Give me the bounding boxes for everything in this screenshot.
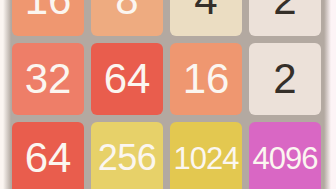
- tile-value: 2: [273, 0, 296, 21]
- tile-r2c4-2: 2: [249, 43, 321, 115]
- tile-value: 256: [98, 140, 157, 176]
- tile-value: 1024: [174, 143, 239, 174]
- tile-r1c2-8: 8: [91, 0, 163, 36]
- tile-value: 8: [115, 0, 138, 21]
- tile-grid[interactable]: 1684232641626425610244096: [12, 0, 321, 189]
- tile-value: 16: [25, 0, 72, 21]
- tile-value: 2: [273, 58, 296, 100]
- tile-value: 64: [104, 58, 151, 100]
- tile-r2c3-16: 16: [170, 43, 242, 115]
- tile-r1c3-4: 4: [170, 0, 242, 36]
- tile-value: 64: [25, 137, 72, 179]
- game-2048-screen: 1684232641626425610244096: [0, 0, 336, 189]
- tile-r3c2-256: 256: [91, 122, 163, 189]
- tile-r3c3-1024: 1024: [170, 122, 242, 189]
- tile-r2c2-64: 64: [91, 43, 163, 115]
- tile-value: 4096: [253, 143, 318, 174]
- tile-r2c1-32: 32: [12, 43, 84, 115]
- tile-r1c1-16: 16: [12, 0, 84, 36]
- tile-value: 32: [25, 58, 72, 100]
- tile-r3c1-64: 64: [12, 122, 84, 189]
- tile-r3c4-4096: 4096: [249, 122, 321, 189]
- tile-value: 4: [194, 0, 217, 21]
- tile-r1c4-2: 2: [249, 0, 321, 36]
- tile-value: 16: [183, 58, 230, 100]
